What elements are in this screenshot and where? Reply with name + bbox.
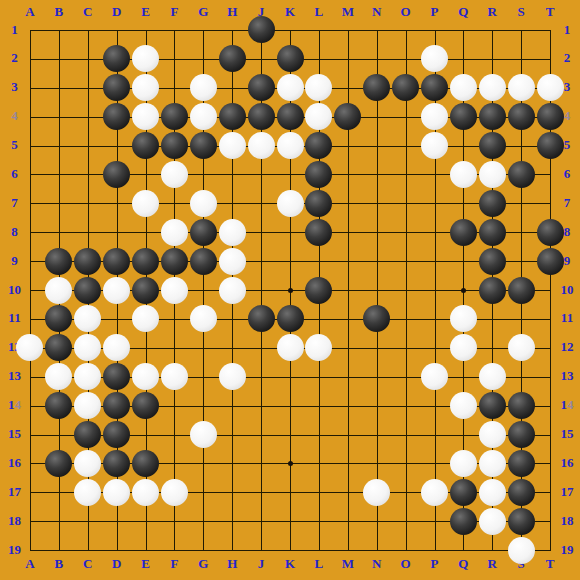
intersection-B2[interactable] xyxy=(44,44,73,73)
intersection-F13[interactable] xyxy=(160,362,189,391)
intersection-T1[interactable] xyxy=(536,16,565,45)
intersection-S18[interactable] xyxy=(507,507,536,536)
intersection-L14[interactable] xyxy=(304,391,333,420)
intersection-H12[interactable] xyxy=(218,333,247,362)
intersection-R19[interactable] xyxy=(478,536,507,565)
intersection-E8[interactable] xyxy=(131,218,160,247)
intersection-O8[interactable] xyxy=(391,218,420,247)
intersection-L2[interactable] xyxy=(304,44,333,73)
intersection-B19[interactable] xyxy=(44,536,73,565)
intersection-Q13[interactable] xyxy=(449,362,478,391)
intersection-O9[interactable] xyxy=(391,247,420,276)
intersection-B1[interactable] xyxy=(44,16,73,45)
intersection-Q11[interactable] xyxy=(449,304,478,333)
intersection-K19[interactable] xyxy=(276,536,305,565)
intersection-K11[interactable] xyxy=(276,304,305,333)
intersection-B16[interactable] xyxy=(44,449,73,478)
intersection-N2[interactable] xyxy=(362,44,391,73)
intersection-L13[interactable] xyxy=(304,362,333,391)
intersection-Q17[interactable] xyxy=(449,478,478,507)
intersection-J5[interactable] xyxy=(247,131,276,160)
intersection-H8[interactable] xyxy=(218,218,247,247)
intersection-C10[interactable] xyxy=(73,276,102,305)
intersection-S3[interactable] xyxy=(507,73,536,102)
intersection-E7[interactable] xyxy=(131,189,160,218)
intersection-S9[interactable] xyxy=(507,247,536,276)
intersection-C17[interactable] xyxy=(73,478,102,507)
intersection-S6[interactable] xyxy=(507,160,536,189)
intersection-G5[interactable] xyxy=(189,131,218,160)
intersection-L1[interactable] xyxy=(304,16,333,45)
intersection-P19[interactable] xyxy=(420,536,449,565)
intersection-J11[interactable] xyxy=(247,304,276,333)
intersection-C4[interactable] xyxy=(73,102,102,131)
intersection-A13[interactable] xyxy=(16,362,45,391)
intersection-A10[interactable] xyxy=(16,276,45,305)
intersection-G11[interactable] xyxy=(189,304,218,333)
intersection-J3[interactable] xyxy=(247,73,276,102)
intersection-K9[interactable] xyxy=(276,247,305,276)
intersection-J10[interactable] xyxy=(247,276,276,305)
intersection-C6[interactable] xyxy=(73,160,102,189)
intersection-Q10[interactable] xyxy=(449,276,478,305)
intersection-M8[interactable] xyxy=(333,218,362,247)
intersection-T10[interactable] xyxy=(536,276,565,305)
intersection-F17[interactable] xyxy=(160,478,189,507)
intersection-D1[interactable] xyxy=(102,16,131,45)
intersection-K16[interactable] xyxy=(276,449,305,478)
intersection-N19[interactable] xyxy=(362,536,391,565)
intersection-T11[interactable] xyxy=(536,304,565,333)
intersection-R3[interactable] xyxy=(478,73,507,102)
intersection-P2[interactable] xyxy=(420,44,449,73)
intersection-S11[interactable] xyxy=(507,304,536,333)
intersection-L8[interactable] xyxy=(304,218,333,247)
intersection-D17[interactable] xyxy=(102,478,131,507)
intersection-L5[interactable] xyxy=(304,131,333,160)
intersection-G10[interactable] xyxy=(189,276,218,305)
intersection-B4[interactable] xyxy=(44,102,73,131)
intersection-P13[interactable] xyxy=(420,362,449,391)
intersection-Q2[interactable] xyxy=(449,44,478,73)
intersection-G16[interactable] xyxy=(189,449,218,478)
intersection-P16[interactable] xyxy=(420,449,449,478)
intersection-E10[interactable] xyxy=(131,276,160,305)
intersection-R10[interactable] xyxy=(478,276,507,305)
intersection-G6[interactable] xyxy=(189,160,218,189)
intersection-Q1[interactable] xyxy=(449,16,478,45)
intersection-F4[interactable] xyxy=(160,102,189,131)
intersection-O18[interactable] xyxy=(391,507,420,536)
intersection-B3[interactable] xyxy=(44,73,73,102)
intersection-R7[interactable] xyxy=(478,189,507,218)
intersection-P5[interactable] xyxy=(420,131,449,160)
intersection-P15[interactable] xyxy=(420,420,449,449)
intersection-B18[interactable] xyxy=(44,507,73,536)
intersection-D9[interactable] xyxy=(102,247,131,276)
intersection-H5[interactable] xyxy=(218,131,247,160)
intersection-B13[interactable] xyxy=(44,362,73,391)
intersection-Q4[interactable] xyxy=(449,102,478,131)
intersection-L3[interactable] xyxy=(304,73,333,102)
intersection-A3[interactable] xyxy=(16,73,45,102)
intersection-B6[interactable] xyxy=(44,160,73,189)
intersection-O5[interactable] xyxy=(391,131,420,160)
intersection-D14[interactable] xyxy=(102,391,131,420)
intersection-L6[interactable] xyxy=(304,160,333,189)
intersection-E18[interactable] xyxy=(131,507,160,536)
intersection-R5[interactable] xyxy=(478,131,507,160)
intersection-O3[interactable] xyxy=(391,73,420,102)
intersection-N12[interactable] xyxy=(362,333,391,362)
intersection-D5[interactable] xyxy=(102,131,131,160)
intersection-F19[interactable] xyxy=(160,536,189,565)
intersection-R9[interactable] xyxy=(478,247,507,276)
intersection-P11[interactable] xyxy=(420,304,449,333)
intersection-M10[interactable] xyxy=(333,276,362,305)
intersection-D7[interactable] xyxy=(102,189,131,218)
intersection-K13[interactable] xyxy=(276,362,305,391)
intersection-C9[interactable] xyxy=(73,247,102,276)
intersection-G4[interactable] xyxy=(189,102,218,131)
intersection-A12[interactable] xyxy=(16,333,45,362)
intersection-L15[interactable] xyxy=(304,420,333,449)
intersection-O17[interactable] xyxy=(391,478,420,507)
intersection-T13[interactable] xyxy=(536,362,565,391)
intersection-S7[interactable] xyxy=(507,189,536,218)
intersection-E13[interactable] xyxy=(131,362,160,391)
intersection-R2[interactable] xyxy=(478,44,507,73)
intersection-C18[interactable] xyxy=(73,507,102,536)
intersection-P18[interactable] xyxy=(420,507,449,536)
intersection-D19[interactable] xyxy=(102,536,131,565)
intersection-Q8[interactable] xyxy=(449,218,478,247)
intersection-M5[interactable] xyxy=(333,131,362,160)
intersection-K17[interactable] xyxy=(276,478,305,507)
intersection-F2[interactable] xyxy=(160,44,189,73)
intersection-F16[interactable] xyxy=(160,449,189,478)
intersection-B11[interactable] xyxy=(44,304,73,333)
intersection-G3[interactable] xyxy=(189,73,218,102)
intersection-O7[interactable] xyxy=(391,189,420,218)
intersection-H3[interactable] xyxy=(218,73,247,102)
intersection-J18[interactable] xyxy=(247,507,276,536)
intersection-Q15[interactable] xyxy=(449,420,478,449)
intersection-B17[interactable] xyxy=(44,478,73,507)
intersection-O11[interactable] xyxy=(391,304,420,333)
intersection-A15[interactable] xyxy=(16,420,45,449)
intersection-M7[interactable] xyxy=(333,189,362,218)
intersection-J15[interactable] xyxy=(247,420,276,449)
intersection-G17[interactable] xyxy=(189,478,218,507)
intersection-C7[interactable] xyxy=(73,189,102,218)
intersection-A16[interactable] xyxy=(16,449,45,478)
intersection-G2[interactable] xyxy=(189,44,218,73)
intersection-K3[interactable] xyxy=(276,73,305,102)
intersection-H13[interactable] xyxy=(218,362,247,391)
intersection-F14[interactable] xyxy=(160,391,189,420)
intersection-H10[interactable] xyxy=(218,276,247,305)
intersection-E19[interactable] xyxy=(131,536,160,565)
intersection-R18[interactable] xyxy=(478,507,507,536)
intersection-T7[interactable] xyxy=(536,189,565,218)
intersection-C12[interactable] xyxy=(73,333,102,362)
intersection-R14[interactable] xyxy=(478,391,507,420)
intersection-A7[interactable] xyxy=(16,189,45,218)
intersection-T19[interactable] xyxy=(536,536,565,565)
intersection-O19[interactable] xyxy=(391,536,420,565)
intersection-J9[interactable] xyxy=(247,247,276,276)
intersection-H9[interactable] xyxy=(218,247,247,276)
intersection-O14[interactable] xyxy=(391,391,420,420)
intersection-G18[interactable] xyxy=(189,507,218,536)
intersection-E9[interactable] xyxy=(131,247,160,276)
intersection-B5[interactable] xyxy=(44,131,73,160)
intersection-K6[interactable] xyxy=(276,160,305,189)
intersection-R8[interactable] xyxy=(478,218,507,247)
intersection-R17[interactable] xyxy=(478,478,507,507)
intersection-P14[interactable] xyxy=(420,391,449,420)
intersection-D2[interactable] xyxy=(102,44,131,73)
intersection-N11[interactable] xyxy=(362,304,391,333)
intersection-K5[interactable] xyxy=(276,131,305,160)
intersection-E4[interactable] xyxy=(131,102,160,131)
intersection-D15[interactable] xyxy=(102,420,131,449)
intersection-E15[interactable] xyxy=(131,420,160,449)
intersection-L10[interactable] xyxy=(304,276,333,305)
intersection-G7[interactable] xyxy=(189,189,218,218)
intersection-E3[interactable] xyxy=(131,73,160,102)
intersection-T15[interactable] xyxy=(536,420,565,449)
intersection-N13[interactable] xyxy=(362,362,391,391)
intersection-O2[interactable] xyxy=(391,44,420,73)
intersection-K4[interactable] xyxy=(276,102,305,131)
intersection-B7[interactable] xyxy=(44,189,73,218)
intersection-L17[interactable] xyxy=(304,478,333,507)
intersection-F7[interactable] xyxy=(160,189,189,218)
intersection-Q5[interactable] xyxy=(449,131,478,160)
intersection-A4[interactable] xyxy=(16,102,45,131)
intersection-A17[interactable] xyxy=(16,478,45,507)
intersection-A1[interactable] xyxy=(16,16,45,45)
intersection-E17[interactable] xyxy=(131,478,160,507)
intersection-G8[interactable] xyxy=(189,218,218,247)
intersection-N5[interactable] xyxy=(362,131,391,160)
intersection-M15[interactable] xyxy=(333,420,362,449)
intersection-L16[interactable] xyxy=(304,449,333,478)
intersection-E2[interactable] xyxy=(131,44,160,73)
intersection-B10[interactable] xyxy=(44,276,73,305)
intersection-K14[interactable] xyxy=(276,391,305,420)
intersection-C14[interactable] xyxy=(73,391,102,420)
intersection-P9[interactable] xyxy=(420,247,449,276)
intersection-J2[interactable] xyxy=(247,44,276,73)
intersection-P17[interactable] xyxy=(420,478,449,507)
intersection-T3[interactable] xyxy=(536,73,565,102)
intersection-M14[interactable] xyxy=(333,391,362,420)
intersection-K18[interactable] xyxy=(276,507,305,536)
intersection-T4[interactable] xyxy=(536,102,565,131)
intersection-R6[interactable] xyxy=(478,160,507,189)
intersection-S19[interactable] xyxy=(507,536,536,565)
intersection-L11[interactable] xyxy=(304,304,333,333)
intersection-F8[interactable] xyxy=(160,218,189,247)
intersection-H7[interactable] xyxy=(218,189,247,218)
intersection-R12[interactable] xyxy=(478,333,507,362)
intersection-P12[interactable] xyxy=(420,333,449,362)
intersection-E12[interactable] xyxy=(131,333,160,362)
intersection-D13[interactable] xyxy=(102,362,131,391)
intersection-A11[interactable] xyxy=(16,304,45,333)
intersection-S17[interactable] xyxy=(507,478,536,507)
intersection-H1[interactable] xyxy=(218,16,247,45)
intersection-A18[interactable] xyxy=(16,507,45,536)
intersection-Q16[interactable] xyxy=(449,449,478,478)
intersection-M18[interactable] xyxy=(333,507,362,536)
intersection-M19[interactable] xyxy=(333,536,362,565)
intersection-J4[interactable] xyxy=(247,102,276,131)
intersection-F11[interactable] xyxy=(160,304,189,333)
intersection-M1[interactable] xyxy=(333,16,362,45)
intersection-N9[interactable] xyxy=(362,247,391,276)
intersection-T16[interactable] xyxy=(536,449,565,478)
intersection-N3[interactable] xyxy=(362,73,391,102)
intersection-R13[interactable] xyxy=(478,362,507,391)
intersection-R4[interactable] xyxy=(478,102,507,131)
intersection-M2[interactable] xyxy=(333,44,362,73)
intersection-K15[interactable] xyxy=(276,420,305,449)
intersection-Q3[interactable] xyxy=(449,73,478,102)
intersection-C13[interactable] xyxy=(73,362,102,391)
intersection-Q6[interactable] xyxy=(449,160,478,189)
intersection-H14[interactable] xyxy=(218,391,247,420)
intersection-G13[interactable] xyxy=(189,362,218,391)
intersection-A8[interactable] xyxy=(16,218,45,247)
intersection-N17[interactable] xyxy=(362,478,391,507)
intersection-C5[interactable] xyxy=(73,131,102,160)
intersection-E14[interactable] xyxy=(131,391,160,420)
intersection-Q18[interactable] xyxy=(449,507,478,536)
intersection-K8[interactable] xyxy=(276,218,305,247)
intersection-M12[interactable] xyxy=(333,333,362,362)
intersection-O15[interactable] xyxy=(391,420,420,449)
intersection-A2[interactable] xyxy=(16,44,45,73)
intersection-Q14[interactable] xyxy=(449,391,478,420)
intersection-A5[interactable] xyxy=(16,131,45,160)
intersection-D6[interactable] xyxy=(102,160,131,189)
intersection-O1[interactable] xyxy=(391,16,420,45)
intersection-G19[interactable] xyxy=(189,536,218,565)
intersection-T14[interactable] xyxy=(536,391,565,420)
intersection-S16[interactable] xyxy=(507,449,536,478)
intersection-N18[interactable] xyxy=(362,507,391,536)
intersection-S12[interactable] xyxy=(507,333,536,362)
intersection-P4[interactable] xyxy=(420,102,449,131)
intersection-G15[interactable] xyxy=(189,420,218,449)
intersection-O13[interactable] xyxy=(391,362,420,391)
intersection-D11[interactable] xyxy=(102,304,131,333)
intersection-R1[interactable] xyxy=(478,16,507,45)
intersection-N10[interactable] xyxy=(362,276,391,305)
intersection-T2[interactable] xyxy=(536,44,565,73)
intersection-S5[interactable] xyxy=(507,131,536,160)
intersection-T8[interactable] xyxy=(536,218,565,247)
intersection-B9[interactable] xyxy=(44,247,73,276)
intersection-A14[interactable] xyxy=(16,391,45,420)
intersection-C15[interactable] xyxy=(73,420,102,449)
intersection-S13[interactable] xyxy=(507,362,536,391)
intersection-A6[interactable] xyxy=(16,160,45,189)
intersection-B8[interactable] xyxy=(44,218,73,247)
intersection-H19[interactable] xyxy=(218,536,247,565)
intersection-G1[interactable] xyxy=(189,16,218,45)
intersection-E1[interactable] xyxy=(131,16,160,45)
intersection-M6[interactable] xyxy=(333,160,362,189)
intersection-Q7[interactable] xyxy=(449,189,478,218)
intersection-Q19[interactable] xyxy=(449,536,478,565)
intersection-S15[interactable] xyxy=(507,420,536,449)
intersection-F1[interactable] xyxy=(160,16,189,45)
intersection-L19[interactable] xyxy=(304,536,333,565)
intersection-O6[interactable] xyxy=(391,160,420,189)
intersection-E16[interactable] xyxy=(131,449,160,478)
intersection-L12[interactable] xyxy=(304,333,333,362)
intersection-C11[interactable] xyxy=(73,304,102,333)
intersection-F3[interactable] xyxy=(160,73,189,102)
intersection-E6[interactable] xyxy=(131,160,160,189)
intersection-P10[interactable] xyxy=(420,276,449,305)
intersection-H17[interactable] xyxy=(218,478,247,507)
intersection-S4[interactable] xyxy=(507,102,536,131)
intersection-F10[interactable] xyxy=(160,276,189,305)
intersection-P6[interactable] xyxy=(420,160,449,189)
intersection-A19[interactable] xyxy=(16,536,45,565)
intersection-T18[interactable] xyxy=(536,507,565,536)
intersection-J1[interactable] xyxy=(247,16,276,45)
intersection-J13[interactable] xyxy=(247,362,276,391)
intersection-H2[interactable] xyxy=(218,44,247,73)
intersection-K1[interactable] xyxy=(276,16,305,45)
intersection-C1[interactable] xyxy=(73,16,102,45)
intersection-C8[interactable] xyxy=(73,218,102,247)
intersection-Q9[interactable] xyxy=(449,247,478,276)
intersection-L4[interactable] xyxy=(304,102,333,131)
intersection-J17[interactable] xyxy=(247,478,276,507)
intersection-F18[interactable] xyxy=(160,507,189,536)
intersection-J6[interactable] xyxy=(247,160,276,189)
intersection-J16[interactable] xyxy=(247,449,276,478)
intersection-N14[interactable] xyxy=(362,391,391,420)
intersection-N8[interactable] xyxy=(362,218,391,247)
intersection-D12[interactable] xyxy=(102,333,131,362)
intersection-J19[interactable] xyxy=(247,536,276,565)
intersection-B14[interactable] xyxy=(44,391,73,420)
intersection-G14[interactable] xyxy=(189,391,218,420)
intersection-M11[interactable] xyxy=(333,304,362,333)
intersection-M4[interactable] xyxy=(333,102,362,131)
intersection-E11[interactable] xyxy=(131,304,160,333)
intersection-S1[interactable] xyxy=(507,16,536,45)
intersection-D18[interactable] xyxy=(102,507,131,536)
intersection-P1[interactable] xyxy=(420,16,449,45)
intersection-D10[interactable] xyxy=(102,276,131,305)
intersection-O12[interactable] xyxy=(391,333,420,362)
intersection-D3[interactable] xyxy=(102,73,131,102)
intersection-N16[interactable] xyxy=(362,449,391,478)
intersection-K12[interactable] xyxy=(276,333,305,362)
intersection-C3[interactable] xyxy=(73,73,102,102)
intersection-N15[interactable] xyxy=(362,420,391,449)
